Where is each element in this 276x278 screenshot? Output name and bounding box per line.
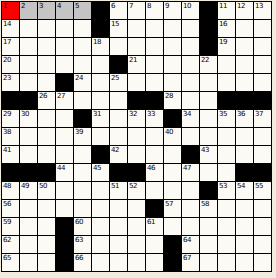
cell-r12c7[interactable] — [110, 200, 127, 217]
cell-r15c5[interactable]: 66 — [74, 254, 91, 271]
cell-r15c11[interactable]: 67 — [182, 254, 199, 271]
cell-r5c3[interactable] — [38, 74, 55, 91]
cell-r7c15[interactable]: 37 — [254, 110, 271, 127]
clue-number: 30 — [21, 110, 29, 118]
cell-r4c12[interactable]: 22 — [200, 56, 217, 73]
cell-r11c9[interactable] — [146, 182, 163, 199]
cell-r15c7[interactable] — [110, 254, 127, 271]
cell-r3c10[interactable] — [164, 38, 181, 55]
cell-r2c1[interactable]: 14 — [2, 20, 19, 37]
cell-r7c2[interactable]: 30 — [20, 110, 37, 127]
cell-r11c12 — [200, 182, 217, 199]
cell-r10c9[interactable]: 46 — [146, 164, 163, 181]
cell-r2c2[interactable] — [20, 20, 37, 37]
cell-r2c8[interactable] — [128, 20, 145, 37]
cell-r4c3[interactable] — [38, 56, 55, 73]
clue-number: 21 — [129, 56, 137, 64]
cell-r2c12 — [200, 20, 217, 37]
cell-r14c5[interactable]: 63 — [74, 236, 91, 253]
clue-number: 26 — [39, 92, 47, 100]
cell-r2c6 — [92, 20, 109, 37]
cell-r15c9[interactable] — [146, 254, 163, 271]
clue-number: 53 — [219, 182, 227, 190]
cell-r4c7 — [110, 56, 127, 73]
clue-number: 57 — [165, 200, 173, 208]
cell-r10c4[interactable]: 44 — [56, 164, 73, 181]
cell-r11c1[interactable]: 48 — [2, 182, 19, 199]
cell-r8c10[interactable]: 40 — [164, 128, 181, 145]
clue-number: 24 — [75, 74, 83, 82]
cell-r3c9[interactable] — [146, 38, 163, 55]
cell-r15c14[interactable] — [236, 254, 253, 271]
clue-number: 61 — [147, 218, 155, 226]
cell-r3c12 — [200, 38, 217, 55]
cell-r6c3[interactable]: 26 — [38, 92, 55, 109]
cell-r1c3[interactable]: 3 — [38, 2, 55, 19]
clue-number: 4 — [57, 2, 61, 10]
clue-number: 1 — [3, 2, 7, 10]
cell-r5c2[interactable] — [20, 74, 37, 91]
clue-number: 17 — [3, 38, 11, 46]
cell-r10c6[interactable]: 45 — [92, 164, 109, 181]
cell-r10c7 — [110, 164, 127, 181]
clue-number: 43 — [201, 146, 209, 154]
clue-number: 42 — [111, 146, 119, 154]
clue-number: 13 — [255, 2, 263, 10]
cell-r4c8[interactable]: 21 — [128, 56, 145, 73]
cell-r14c15[interactable] — [254, 236, 271, 253]
cell-r7c10 — [164, 110, 181, 127]
cell-r6c6[interactable] — [92, 92, 109, 109]
cell-r6c15 — [254, 92, 271, 109]
cell-r12c2[interactable] — [20, 200, 37, 217]
cell-r13c14[interactable] — [236, 218, 253, 235]
cell-r5c12[interactable] — [200, 74, 217, 91]
cell-r13c13[interactable] — [218, 218, 235, 235]
page-background: 1234567891011121314151617181920212223242… — [0, 0, 276, 278]
clue-number: 23 — [3, 74, 11, 82]
cell-r1c5[interactable]: 5 — [74, 2, 91, 19]
cell-r14c6[interactable] — [92, 236, 109, 253]
cell-r6c9 — [146, 92, 163, 109]
cell-r12c9 — [146, 200, 163, 217]
cell-r12c14[interactable] — [236, 200, 253, 217]
cell-r7c8[interactable]: 32 — [128, 110, 145, 127]
cell-r15c1[interactable]: 65 — [2, 254, 19, 271]
cell-r3c7[interactable] — [110, 38, 127, 55]
clue-number: 11 — [219, 2, 227, 10]
clue-number: 5 — [75, 2, 79, 10]
clue-number: 28 — [165, 92, 173, 100]
cell-r3c14[interactable] — [236, 38, 253, 55]
clue-number: 52 — [129, 182, 137, 190]
cell-r10c15 — [254, 164, 271, 181]
clue-number: 25 — [111, 74, 119, 82]
cell-r2c15[interactable] — [254, 20, 271, 37]
cell-r11c11[interactable] — [182, 182, 199, 199]
clue-number: 6 — [111, 2, 115, 10]
clue-number: 32 — [129, 110, 137, 118]
cell-r1c6 — [92, 2, 109, 19]
cell-r7c12[interactable] — [200, 110, 217, 127]
cell-r13c10[interactable] — [164, 218, 181, 235]
cell-r8c1[interactable]: 38 — [2, 128, 19, 145]
cell-r13c11[interactable] — [182, 218, 199, 235]
cell-r7c11[interactable]: 34 — [182, 110, 199, 127]
clue-number: 59 — [3, 218, 11, 226]
cell-r3c15[interactable] — [254, 38, 271, 55]
cell-r2c9[interactable] — [146, 20, 163, 37]
cell-r6c14 — [236, 92, 253, 109]
cell-r14c10 — [164, 236, 181, 253]
cell-r7c13[interactable]: 35 — [218, 110, 235, 127]
cell-r9c7[interactable]: 42 — [110, 146, 127, 163]
cell-r14c3[interactable] — [38, 236, 55, 253]
cell-r8c5[interactable]: 39 — [74, 128, 91, 145]
cell-r14c1[interactable]: 62 — [2, 236, 19, 253]
cell-r4c5[interactable] — [74, 56, 91, 73]
cell-r3c11[interactable] — [182, 38, 199, 55]
clue-number: 49 — [21, 182, 29, 190]
cell-r12c11[interactable] — [182, 200, 199, 217]
cell-r1c1[interactable]: 1 — [2, 2, 19, 19]
cell-r7c3[interactable] — [38, 110, 55, 127]
cell-r12c3[interactable] — [38, 200, 55, 217]
clue-number: 48 — [3, 182, 11, 190]
cell-r2c13[interactable]: 16 — [218, 20, 235, 37]
cell-r13c8[interactable] — [128, 218, 145, 235]
cell-r9c10[interactable] — [164, 146, 181, 163]
clue-number: 62 — [3, 236, 11, 244]
clue-number: 41 — [3, 146, 11, 154]
cell-r12c15[interactable] — [254, 200, 271, 217]
cell-r10c12[interactable] — [200, 164, 217, 181]
cell-r5c15[interactable] — [254, 74, 271, 91]
clue-number: 45 — [93, 164, 101, 172]
cell-r3c4[interactable] — [56, 38, 73, 55]
cell-r14c11[interactable]: 64 — [182, 236, 199, 253]
cell-r10c8 — [128, 164, 145, 181]
cell-r13c6[interactable] — [92, 218, 109, 235]
cell-r8c13[interactable] — [218, 128, 235, 145]
cell-r15c2[interactable] — [20, 254, 37, 271]
cell-r14c9[interactable] — [146, 236, 163, 253]
cell-r14c4 — [56, 236, 73, 253]
cell-r1c15[interactable]: 13 — [254, 2, 271, 19]
cell-r8c11[interactable] — [182, 128, 199, 145]
cell-r14c2[interactable] — [20, 236, 37, 253]
cell-r9c15[interactable] — [254, 146, 271, 163]
cell-r5c4 — [56, 74, 73, 91]
cell-r5c5[interactable]: 24 — [74, 74, 91, 91]
cell-r8c4[interactable] — [56, 128, 73, 145]
clue-number: 9 — [165, 2, 169, 10]
cell-r11c8[interactable]: 52 — [128, 182, 145, 199]
cell-r8c15[interactable] — [254, 128, 271, 145]
cell-r11c4[interactable] — [56, 182, 73, 199]
clue-number: 54 — [237, 182, 245, 190]
cell-r13c2[interactable] — [20, 218, 37, 235]
cell-r6c7[interactable] — [110, 92, 127, 109]
cell-r9c2[interactable] — [20, 146, 37, 163]
clue-number: 36 — [237, 110, 245, 118]
cell-r7c5 — [74, 110, 91, 127]
cell-r11c6[interactable] — [92, 182, 109, 199]
cell-r1c2[interactable]: 2 — [20, 2, 37, 19]
cell-r4c13[interactable] — [218, 56, 235, 73]
cell-r14c14[interactable] — [236, 236, 253, 253]
cell-r5c6[interactable] — [92, 74, 109, 91]
clue-number: 56 — [3, 200, 11, 208]
cell-r3c1[interactable]: 17 — [2, 38, 19, 55]
cell-r1c4[interactable]: 4 — [56, 2, 73, 19]
cell-r5c14[interactable] — [236, 74, 253, 91]
cell-r8c3[interactable] — [38, 128, 55, 145]
cell-r4c10[interactable] — [164, 56, 181, 73]
cell-r1c8[interactable]: 7 — [128, 2, 145, 19]
cell-r7c6[interactable]: 31 — [92, 110, 109, 127]
cell-r8c7[interactable] — [110, 128, 127, 145]
cell-r5c1[interactable]: 23 — [2, 74, 19, 91]
clue-number: 58 — [201, 200, 209, 208]
cell-r7c1[interactable]: 29 — [2, 110, 19, 127]
clue-number: 37 — [255, 110, 263, 118]
clue-number: 47 — [183, 164, 191, 172]
cell-r9c9[interactable] — [146, 146, 163, 163]
cell-r6c5[interactable] — [74, 92, 91, 109]
cell-r1c10[interactable]: 9 — [164, 2, 181, 19]
cell-r9c13[interactable] — [218, 146, 235, 163]
cell-r6c4[interactable]: 27 — [56, 92, 73, 109]
clue-number: 14 — [3, 20, 11, 28]
clue-number: 55 — [255, 182, 263, 190]
clue-number: 22 — [201, 56, 209, 64]
cell-r6c1 — [2, 92, 19, 109]
clue-number: 31 — [93, 110, 101, 118]
cell-r9c6 — [92, 146, 109, 163]
clue-number: 40 — [165, 128, 173, 136]
clue-number: 63 — [75, 236, 83, 244]
cell-r10c14 — [236, 164, 253, 181]
clue-number: 39 — [75, 128, 83, 136]
cell-r3c13[interactable]: 19 — [218, 38, 235, 55]
cell-r11c15[interactable]: 55 — [254, 182, 271, 199]
cell-r11c3[interactable]: 50 — [38, 182, 55, 199]
cell-r5c8[interactable] — [128, 74, 145, 91]
cell-r10c11[interactable]: 47 — [182, 164, 199, 181]
cell-r4c1[interactable]: 20 — [2, 56, 19, 73]
clue-number: 60 — [75, 218, 83, 226]
cell-r2c14[interactable] — [236, 20, 253, 37]
cell-r12c5[interactable] — [74, 200, 91, 217]
cell-r13c3[interactable] — [38, 218, 55, 235]
cell-r10c3 — [38, 164, 55, 181]
cell-r14c13[interactable] — [218, 236, 235, 253]
cell-r9c14[interactable] — [236, 146, 253, 163]
cell-r10c13[interactable] — [218, 164, 235, 181]
cell-r10c1 — [2, 164, 19, 181]
cell-r7c9[interactable]: 33 — [146, 110, 163, 127]
cell-r2c10[interactable] — [164, 20, 181, 37]
clue-number: 16 — [219, 20, 227, 28]
cell-r3c8[interactable] — [128, 38, 145, 55]
cell-r8c14[interactable] — [236, 128, 253, 145]
clue-number: 2 — [21, 2, 25, 10]
cell-r13c9[interactable]: 61 — [146, 218, 163, 235]
cell-r9c1[interactable]: 41 — [2, 146, 19, 163]
cell-r5c13[interactable] — [218, 74, 235, 91]
cell-r10c10[interactable] — [164, 164, 181, 181]
cell-r4c14[interactable] — [236, 56, 253, 73]
cell-r12c4[interactable] — [56, 200, 73, 217]
cell-r7c4[interactable] — [56, 110, 73, 127]
clue-number: 38 — [3, 128, 11, 136]
cell-r5c10[interactable] — [164, 74, 181, 91]
cell-r15c12[interactable] — [200, 254, 217, 271]
cell-r2c4[interactable] — [56, 20, 73, 37]
cell-r15c6[interactable] — [92, 254, 109, 271]
cell-r13c4 — [56, 218, 73, 235]
clue-number: 18 — [93, 38, 101, 46]
cell-r15c4 — [56, 254, 73, 271]
cell-r3c2[interactable] — [20, 38, 37, 55]
cell-r13c12[interactable] — [200, 218, 217, 235]
cell-r15c8[interactable] — [128, 254, 145, 271]
cell-r9c12[interactable]: 43 — [200, 146, 217, 163]
clue-number: 65 — [3, 254, 11, 262]
cell-r13c15[interactable] — [254, 218, 271, 235]
cell-r8c9[interactable] — [146, 128, 163, 145]
cell-r9c11 — [182, 146, 199, 163]
cell-r6c2 — [20, 92, 37, 109]
cell-r1c13[interactable]: 11 — [218, 2, 235, 19]
cell-r8c8[interactable] — [128, 128, 145, 145]
cell-r3c6[interactable]: 18 — [92, 38, 109, 55]
cell-r10c2 — [20, 164, 37, 181]
crossword-grid: 1234567891011121314151617181920212223242… — [1, 1, 272, 272]
cell-r14c12[interactable] — [200, 236, 217, 253]
cell-r8c6[interactable] — [92, 128, 109, 145]
cell-r1c14[interactable]: 12 — [236, 2, 253, 19]
clue-number: 10 — [183, 2, 191, 10]
clue-number: 27 — [57, 92, 65, 100]
cell-r11c7[interactable]: 51 — [110, 182, 127, 199]
clue-number: 64 — [183, 236, 191, 244]
cell-r12c1[interactable]: 56 — [2, 200, 19, 217]
cell-r1c12 — [200, 2, 217, 19]
clue-number: 46 — [147, 164, 155, 172]
cell-r4c15[interactable] — [254, 56, 271, 73]
cell-r12c10[interactable]: 57 — [164, 200, 181, 217]
cell-r11c14[interactable]: 54 — [236, 182, 253, 199]
clue-number: 29 — [3, 110, 11, 118]
cell-r15c3[interactable] — [38, 254, 55, 271]
cell-r13c7[interactable] — [110, 218, 127, 235]
cell-r9c8[interactable] — [128, 146, 145, 163]
cell-r9c5[interactable] — [74, 146, 91, 163]
cell-r7c14[interactable]: 36 — [236, 110, 253, 127]
cell-r9c3[interactable] — [38, 146, 55, 163]
cell-r10c5[interactable] — [74, 164, 91, 181]
cell-r7c7[interactable] — [110, 110, 127, 127]
clue-number: 3 — [39, 2, 43, 10]
clue-number: 12 — [237, 2, 245, 10]
cell-r9c4[interactable] — [56, 146, 73, 163]
clue-number: 15 — [111, 20, 119, 28]
cell-r13c5[interactable]: 60 — [74, 218, 91, 235]
cell-r15c13[interactable] — [218, 254, 235, 271]
clue-number: 7 — [129, 2, 133, 10]
cell-r6c8 — [128, 92, 145, 109]
cell-r12c8[interactable] — [128, 200, 145, 217]
clue-number: 50 — [39, 182, 47, 190]
clue-number: 44 — [57, 164, 65, 172]
cell-r14c8[interactable] — [128, 236, 145, 253]
cell-r11c2[interactable]: 49 — [20, 182, 37, 199]
clue-number: 20 — [3, 56, 11, 64]
cell-r11c10[interactable] — [164, 182, 181, 199]
cell-r6c11[interactable] — [182, 92, 199, 109]
cell-r15c10 — [164, 254, 181, 271]
cell-r4c2[interactable] — [20, 56, 37, 73]
cell-r2c5[interactable] — [74, 20, 91, 37]
cell-r5c11[interactable] — [182, 74, 199, 91]
cell-r6c12[interactable] — [200, 92, 217, 109]
cell-r4c9[interactable] — [146, 56, 163, 73]
cell-r6c13 — [218, 92, 235, 109]
cell-r4c4[interactable] — [56, 56, 73, 73]
cell-r4c11[interactable] — [182, 56, 199, 73]
cell-r4c6[interactable] — [92, 56, 109, 73]
clue-number: 66 — [75, 254, 83, 262]
clue-number: 8 — [147, 2, 151, 10]
cell-r2c11[interactable] — [182, 20, 199, 37]
clue-number: 67 — [183, 254, 191, 262]
cell-r5c9[interactable] — [146, 74, 163, 91]
cell-r3c5[interactable] — [74, 38, 91, 55]
cell-r15c15[interactable] — [254, 254, 271, 271]
cell-r8c12[interactable] — [200, 128, 217, 145]
cell-r12c13[interactable] — [218, 200, 235, 217]
cell-r3c3[interactable] — [38, 38, 55, 55]
cell-r1c11[interactable]: 10 — [182, 2, 199, 19]
cell-r11c5[interactable] — [74, 182, 91, 199]
cell-r5c7[interactable]: 25 — [110, 74, 127, 91]
clue-number: 35 — [219, 110, 227, 118]
cell-r11c13[interactable]: 53 — [218, 182, 235, 199]
cell-r12c6[interactable] — [92, 200, 109, 217]
cell-r2c7[interactable]: 15 — [110, 20, 127, 37]
clue-number: 51 — [111, 182, 119, 190]
cell-r14c7[interactable] — [110, 236, 127, 253]
cell-r13c1[interactable]: 59 — [2, 218, 19, 235]
cell-r8c2[interactable] — [20, 128, 37, 145]
cell-r2c3[interactable] — [38, 20, 55, 37]
cell-r1c7[interactable]: 6 — [110, 2, 127, 19]
cell-r12c12[interactable]: 58 — [200, 200, 217, 217]
clue-number: 19 — [219, 38, 227, 46]
clue-number: 34 — [183, 110, 191, 118]
cell-r6c10[interactable]: 28 — [164, 92, 181, 109]
clue-number: 33 — [147, 110, 155, 118]
cell-r1c9[interactable]: 8 — [146, 2, 163, 19]
